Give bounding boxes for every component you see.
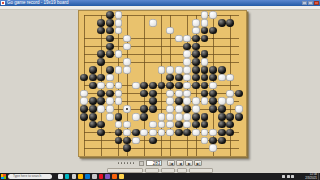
black-stone	[218, 129, 226, 136]
taskbar-app-icon-7[interactable]	[99, 174, 104, 179]
toolbar-dot-icon	[118, 162, 120, 164]
white-stone	[123, 121, 131, 128]
nav-prev-button[interactable]: ◀	[176, 160, 184, 167]
black-stone	[115, 129, 123, 136]
status-segment-left	[107, 168, 143, 173]
black-stone	[115, 113, 123, 120]
black-stone	[140, 90, 148, 97]
black-stone	[201, 82, 209, 89]
black-stone	[80, 105, 88, 112]
taskbar-app-icon-5[interactable]	[85, 174, 90, 179]
white-stone	[183, 121, 191, 128]
hoshi-point	[212, 38, 214, 40]
white-stone	[201, 129, 209, 136]
white-stone	[183, 50, 191, 57]
black-stone	[106, 27, 114, 34]
black-stone	[175, 97, 183, 104]
white-stone	[166, 97, 174, 104]
black-stone	[89, 66, 97, 73]
white-stone	[209, 144, 217, 151]
black-stone	[218, 137, 226, 144]
white-stone	[166, 90, 174, 97]
white-stone	[183, 58, 191, 65]
taskbar-app-icon-1[interactable]	[58, 174, 63, 179]
black-stone	[201, 121, 209, 128]
black-stone	[218, 19, 226, 26]
black-stone	[89, 121, 97, 128]
toolbar-dot-icon	[130, 162, 132, 164]
black-stone	[226, 19, 234, 26]
black-stone	[149, 97, 157, 104]
black-stone	[226, 129, 234, 136]
white-stone	[158, 113, 166, 120]
black-stone	[235, 90, 243, 97]
hoshi-point	[109, 132, 111, 134]
white-stone	[132, 137, 140, 144]
white-stone	[226, 97, 234, 104]
black-stone	[218, 66, 226, 73]
black-stone	[192, 43, 200, 50]
black-stone	[106, 11, 114, 18]
tray-up-icon[interactable]	[282, 175, 285, 178]
black-stone	[106, 66, 114, 73]
white-stone	[115, 82, 123, 89]
black-stone	[226, 121, 234, 128]
white-stone	[149, 129, 157, 136]
taskbar-app-icon-2[interactable]	[65, 174, 70, 179]
white-stone	[226, 90, 234, 97]
white-stone	[123, 129, 131, 136]
white-stone	[80, 90, 88, 97]
black-stone	[106, 19, 114, 26]
close-button[interactable]	[314, 1, 319, 5]
white-stone	[175, 113, 183, 120]
black-stone	[192, 121, 200, 128]
black-stone	[209, 137, 217, 144]
white-stone	[132, 113, 140, 120]
black-stone	[209, 74, 217, 81]
black-stone	[209, 27, 217, 34]
black-stone	[97, 50, 105, 57]
white-stone	[158, 66, 166, 73]
taskbar-app-icon-8[interactable]	[105, 174, 110, 179]
black-stone	[140, 82, 148, 89]
black-stone	[149, 90, 157, 97]
black-stone	[106, 90, 114, 97]
nav-next-button[interactable]: ▶	[185, 160, 193, 167]
nav-first-button[interactable]: |◀	[167, 160, 175, 167]
black-stone	[218, 105, 226, 112]
white-stone	[175, 66, 183, 73]
white-stone	[209, 82, 217, 89]
black-stone	[218, 121, 226, 128]
black-stone	[149, 105, 157, 112]
black-stone	[106, 50, 114, 57]
white-stone	[192, 105, 200, 112]
white-stone	[166, 121, 174, 128]
black-stone	[80, 113, 88, 120]
white-stone	[192, 97, 200, 104]
toolbar-dot-icon	[124, 162, 126, 164]
white-stone	[123, 58, 131, 65]
white-stone	[158, 129, 166, 136]
white-stone	[166, 129, 174, 136]
white-stone	[201, 11, 209, 18]
black-stone	[106, 35, 114, 42]
black-stone	[175, 74, 183, 81]
toolbar-dot-icon	[133, 162, 135, 164]
white-stone	[201, 137, 209, 144]
black-stone	[106, 43, 114, 50]
black-stone	[192, 113, 200, 120]
black-stone	[201, 27, 209, 34]
taskbar-app-icon-9[interactable]	[112, 174, 117, 179]
white-stone	[192, 19, 200, 26]
white-stone	[192, 27, 200, 34]
taskbar-app-icon-3[interactable]	[72, 174, 77, 179]
black-stone	[97, 97, 105, 104]
black-stone	[201, 35, 209, 42]
black-stone	[209, 66, 217, 73]
white-stone	[115, 11, 123, 18]
black-stone	[166, 82, 174, 89]
white-stone	[218, 97, 226, 104]
tool-icon[interactable]	[139, 161, 144, 166]
black-stone	[192, 50, 200, 57]
white-stone	[115, 90, 123, 97]
taskbar-app-icon-6[interactable]	[92, 174, 97, 179]
white-stone	[226, 74, 234, 81]
white-stone	[235, 105, 243, 112]
status-segment-right	[189, 168, 213, 173]
status-segment-b[interactable]	[161, 168, 175, 173]
minimize-button[interactable]	[302, 1, 307, 5]
go-board[interactable]	[78, 10, 247, 157]
white-stone	[106, 113, 114, 120]
white-stone	[201, 19, 209, 26]
white-stone	[115, 27, 123, 34]
black-stone	[209, 90, 217, 97]
black-stone	[140, 105, 148, 112]
white-stone	[149, 121, 157, 128]
black-stone	[97, 129, 105, 136]
taskbar-app-icon-4[interactable]	[78, 174, 83, 179]
white-stone	[183, 35, 191, 42]
white-stone	[80, 97, 88, 104]
toolbar-dot-icon	[127, 162, 129, 164]
white-stone	[166, 66, 174, 73]
black-stone	[201, 90, 209, 97]
white-stone	[115, 97, 123, 104]
search-input[interactable]: Type here to search	[8, 174, 52, 179]
black-stone	[201, 50, 209, 57]
black-stone	[183, 43, 191, 50]
black-stone	[97, 19, 105, 26]
black-stone	[140, 113, 148, 120]
black-stone	[218, 113, 226, 120]
black-stone	[192, 35, 200, 42]
black-stone	[226, 113, 234, 120]
black-stone	[209, 105, 217, 112]
black-stone	[89, 74, 97, 81]
board-toolbar: 283 |◀◀▶▶|	[0, 159, 320, 167]
black-stone	[123, 144, 131, 151]
white-stone	[201, 58, 209, 65]
black-stone	[183, 105, 191, 112]
nav-last-button[interactable]: ▶|	[194, 160, 202, 167]
white-stone	[166, 105, 174, 112]
black-stone	[149, 82, 157, 89]
black-stone	[89, 105, 97, 112]
black-stone	[192, 66, 200, 73]
black-stone	[123, 137, 131, 144]
black-stone	[97, 58, 105, 65]
black-stone	[166, 74, 174, 81]
white-stone	[183, 97, 191, 104]
black-stone	[201, 74, 209, 81]
white-stone	[123, 66, 131, 73]
white-stone	[183, 74, 191, 81]
clock-date: 2/3/2021	[295, 177, 317, 180]
start-button-icon[interactable]	[1, 174, 6, 179]
white-stone	[209, 129, 217, 136]
toolbar-dots	[118, 162, 135, 164]
taskbar-apps	[58, 174, 124, 179]
white-stone	[175, 105, 183, 112]
black-stone	[175, 82, 183, 89]
white-stone	[106, 74, 114, 81]
black-stone	[89, 113, 97, 120]
white-stone	[115, 66, 123, 73]
nav-buttons: |◀◀▶▶|	[167, 160, 202, 167]
black-stone	[183, 129, 191, 136]
toolbar-dot-icon	[121, 162, 123, 164]
black-stone	[201, 66, 209, 73]
black-stone	[235, 113, 243, 120]
white-stone	[149, 19, 157, 26]
system-tray	[282, 175, 294, 178]
black-stone	[97, 27, 105, 34]
black-stone	[89, 82, 97, 89]
black-stone	[175, 121, 183, 128]
white-stone	[183, 113, 191, 120]
white-stone	[106, 82, 114, 89]
board-grid[interactable]	[84, 15, 239, 156]
white-stone	[218, 74, 226, 81]
white-stone	[115, 121, 123, 128]
white-stone	[175, 35, 183, 42]
white-stone	[123, 35, 131, 42]
black-stone	[192, 74, 200, 81]
white-stone	[106, 97, 114, 104]
white-stone	[166, 113, 174, 120]
white-stone	[115, 50, 123, 57]
white-stone	[175, 90, 183, 97]
status-segment-c[interactable]	[177, 168, 187, 173]
white-stone	[183, 66, 191, 73]
black-stone	[192, 82, 200, 89]
black-stone	[132, 129, 140, 136]
white-stone	[183, 90, 191, 97]
white-stone	[166, 27, 174, 34]
tray-volume-icon[interactable]	[291, 175, 294, 178]
black-stone	[192, 58, 200, 65]
black-stone	[97, 74, 105, 81]
white-stone	[123, 105, 131, 112]
white-stone	[97, 82, 105, 89]
white-stone	[106, 105, 114, 112]
white-stone	[140, 129, 148, 136]
hoshi-point	[161, 38, 163, 40]
maximize-button[interactable]	[308, 1, 313, 5]
black-stone	[97, 90, 105, 97]
app-icon	[1, 1, 5, 5]
white-stone	[201, 97, 209, 104]
black-stone	[115, 137, 123, 144]
black-stone	[80, 74, 88, 81]
black-stone	[97, 121, 105, 128]
black-stone	[158, 82, 166, 89]
white-stone	[158, 121, 166, 128]
white-stone	[183, 82, 191, 89]
white-stone	[192, 129, 200, 136]
white-stone	[132, 82, 140, 89]
black-stone	[175, 129, 183, 136]
black-stone	[209, 97, 217, 104]
taskbar-clock[interactable]: 11:58 2/3/2021	[295, 173, 317, 179]
white-stone	[209, 11, 217, 18]
black-stone	[149, 137, 157, 144]
tray-network-icon[interactable]	[287, 175, 290, 178]
move-counter[interactable]: 283	[146, 160, 162, 166]
white-stone	[123, 43, 131, 50]
last-move-marker	[126, 108, 128, 110]
taskbar-app-icon-10[interactable]	[119, 174, 124, 179]
black-stone	[89, 97, 97, 104]
white-stone	[97, 105, 105, 112]
white-stone	[115, 19, 123, 26]
status-segment-a[interactable]	[145, 168, 159, 173]
taskbar: Type here to search 11:58 2/3/2021	[0, 173, 320, 180]
black-stone	[201, 113, 209, 120]
